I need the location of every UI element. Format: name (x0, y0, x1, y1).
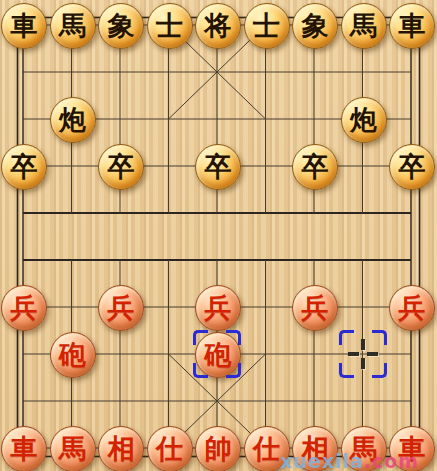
piece-glyph: 将 (205, 12, 232, 39)
piece-red-soldier[interactable]: 兵 (195, 285, 241, 331)
watermark-suffix: .com (364, 450, 419, 471)
piece-glyph: 象 (108, 12, 135, 39)
watermark-text: xuexila (280, 450, 364, 471)
piece-red-cannon[interactable]: 砲 (195, 332, 241, 378)
piece-glyph: 車 (11, 12, 38, 39)
piece-glyph: 馬 (59, 12, 86, 39)
piece-glyph: 士 (156, 12, 183, 39)
piece-glyph: 卒 (11, 153, 38, 180)
piece-glyph: 兵 (108, 294, 135, 321)
piece-glyph: 車 (11, 435, 38, 462)
piece-glyph: 馬 (350, 12, 377, 39)
piece-black-advisor[interactable]: 士 (244, 3, 290, 49)
piece-black-horse[interactable]: 馬 (341, 3, 387, 49)
piece-red-soldier[interactable]: 兵 (389, 285, 435, 331)
piece-black-cannon[interactable]: 炮 (341, 97, 387, 143)
piece-red-general[interactable]: 帥 (195, 426, 241, 471)
piece-black-soldier[interactable]: 卒 (292, 144, 338, 190)
piece-glyph: 卒 (205, 153, 232, 180)
piece-glyph: 卒 (399, 153, 426, 180)
piece-red-advisor[interactable]: 仕 (147, 426, 193, 471)
piece-red-horse[interactable]: 馬 (50, 426, 96, 471)
board-grid[interactable] (0, 0, 437, 471)
piece-black-chariot[interactable]: 車 (389, 3, 435, 49)
piece-red-cannon[interactable]: 砲 (50, 332, 96, 378)
piece-black-soldier[interactable]: 卒 (98, 144, 144, 190)
piece-black-general[interactable]: 将 (195, 3, 241, 49)
piece-glyph: 車 (399, 12, 426, 39)
xiangqi-board: 車馬象士将士象馬車炮炮卒卒卒卒卒兵兵兵兵兵砲砲車馬相仕帥仕相馬車 xuexila… (0, 0, 437, 471)
piece-red-soldier[interactable]: 兵 (1, 285, 47, 331)
piece-glyph: 兵 (11, 294, 38, 321)
piece-glyph: 士 (253, 12, 280, 39)
piece-black-advisor[interactable]: 士 (147, 3, 193, 49)
piece-glyph: 炮 (59, 106, 86, 133)
piece-black-soldier[interactable]: 卒 (1, 144, 47, 190)
piece-red-soldier[interactable]: 兵 (292, 285, 338, 331)
piece-black-elephant[interactable]: 象 (98, 3, 144, 49)
piece-glyph: 砲 (205, 341, 232, 368)
piece-black-elephant[interactable]: 象 (292, 3, 338, 49)
piece-glyph: 砲 (59, 341, 86, 368)
piece-black-chariot[interactable]: 車 (1, 3, 47, 49)
piece-glyph: 炮 (350, 106, 377, 133)
piece-glyph: 象 (302, 12, 329, 39)
piece-red-chariot[interactable]: 車 (1, 426, 47, 471)
piece-glyph: 帥 (205, 435, 232, 462)
piece-red-soldier[interactable]: 兵 (98, 285, 144, 331)
piece-black-cannon[interactable]: 炮 (50, 97, 96, 143)
piece-glyph: 相 (108, 435, 135, 462)
piece-glyph: 馬 (59, 435, 86, 462)
watermark: xuexila.com (280, 450, 419, 471)
piece-glyph: 仕 (156, 435, 183, 462)
piece-black-horse[interactable]: 馬 (50, 3, 96, 49)
piece-black-soldier[interactable]: 卒 (195, 144, 241, 190)
piece-glyph: 兵 (399, 294, 426, 321)
piece-black-soldier[interactable]: 卒 (389, 144, 435, 190)
piece-glyph: 兵 (302, 294, 329, 321)
piece-red-elephant[interactable]: 相 (98, 426, 144, 471)
piece-glyph: 卒 (108, 153, 135, 180)
piece-glyph: 卒 (302, 153, 329, 180)
piece-glyph: 仕 (253, 435, 280, 462)
piece-glyph: 兵 (205, 294, 232, 321)
